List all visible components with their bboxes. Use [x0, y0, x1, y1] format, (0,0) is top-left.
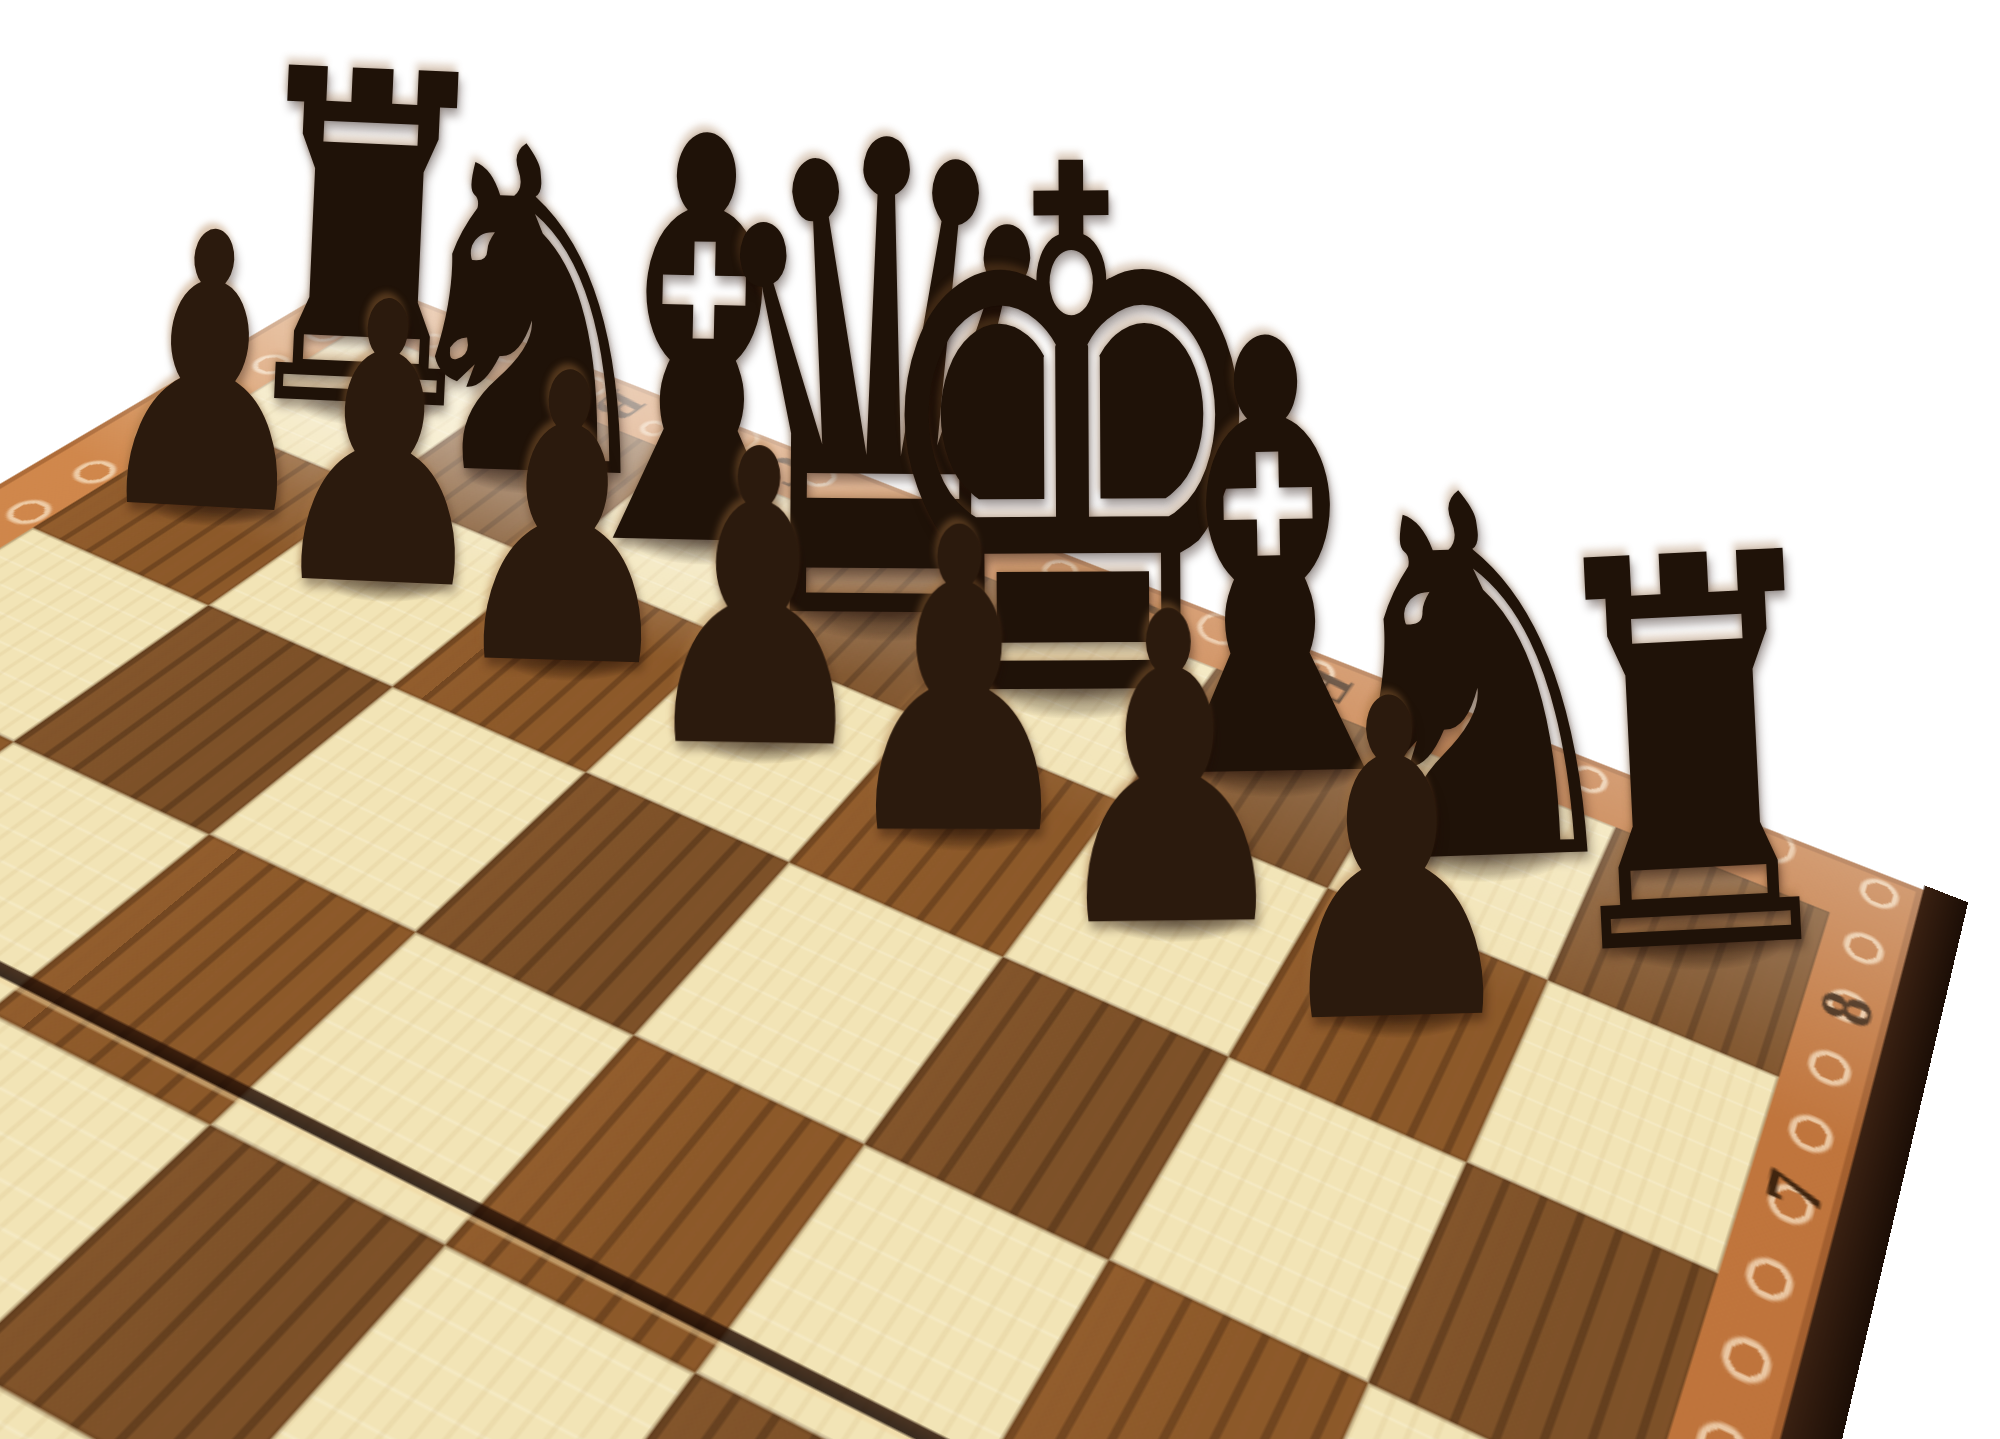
photo-canvas: BCDEFG87 ♜♞♝♛♚♝♞♜♟♟♟♟♟♟♟ — [0, 0, 2000, 1439]
rank-label-7: 7 — [1729, 1132, 1860, 1251]
piece-black-pawn-g7[interactable]: ♟ — [1257, 641, 1529, 1087]
piece-black-rook-h8[interactable]: ♜ — [1522, 482, 1865, 1033]
